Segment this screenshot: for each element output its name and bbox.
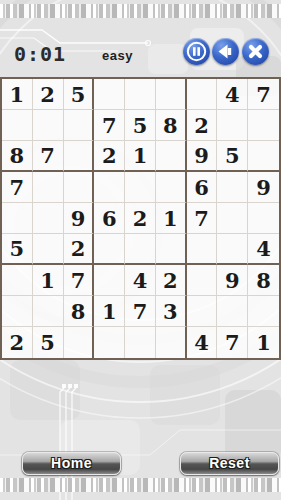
- difficulty-label: easy: [102, 48, 133, 63]
- cell-r4c5[interactable]: [125, 172, 156, 203]
- cell-r1c2[interactable]: 2: [33, 79, 64, 110]
- cell-r3c4[interactable]: 2: [94, 141, 125, 172]
- cell-r4c9[interactable]: 9: [248, 172, 279, 203]
- sudoku-grid: 1254775828721957699621752417429881732547…: [0, 77, 281, 360]
- close-icon: [242, 38, 269, 65]
- cell-r8c7[interactable]: [187, 296, 218, 327]
- cell-r5c5[interactable]: 2: [125, 203, 156, 234]
- cell-r3c3[interactable]: [64, 141, 95, 172]
- cell-r3c7[interactable]: 9: [187, 141, 218, 172]
- cell-r8c9[interactable]: [248, 296, 279, 327]
- cell-r8c5[interactable]: 7: [125, 296, 156, 327]
- cell-r7c3[interactable]: 7: [64, 265, 95, 296]
- reset-button[interactable]: Reset: [180, 452, 279, 475]
- cell-r3c5[interactable]: 1: [125, 141, 156, 172]
- cell-r7c8[interactable]: 9: [217, 265, 248, 296]
- cell-r2c5[interactable]: 5: [125, 110, 156, 141]
- cell-r5c9[interactable]: [248, 203, 279, 234]
- cell-r7c1[interactable]: [2, 265, 33, 296]
- cell-r3c2[interactable]: 7: [33, 141, 64, 172]
- cell-r5c6[interactable]: 1: [156, 203, 187, 234]
- sudoku-app: 0:01 easy 125477582872195769962175241742…: [0, 0, 281, 500]
- cell-r4c6[interactable]: [156, 172, 187, 203]
- cell-r3c8[interactable]: 5: [217, 141, 248, 172]
- cell-r6c5[interactable]: [125, 234, 156, 265]
- cell-r7c5[interactable]: 4: [125, 265, 156, 296]
- cell-r2c2[interactable]: [33, 110, 64, 141]
- timer-display: 0:01: [14, 42, 66, 66]
- cell-r9c3[interactable]: [64, 327, 95, 358]
- cell-r9c9[interactable]: 1: [248, 327, 279, 358]
- cell-r8c1[interactable]: [2, 296, 33, 327]
- speaker-icon: [212, 38, 239, 65]
- cell-r1c1[interactable]: 1: [2, 79, 33, 110]
- cell-r9c7[interactable]: 4: [187, 327, 218, 358]
- cell-r7c7[interactable]: [187, 265, 218, 296]
- cell-r4c3[interactable]: [64, 172, 95, 203]
- cell-r2c6[interactable]: 8: [156, 110, 187, 141]
- cell-r3c6[interactable]: [156, 141, 187, 172]
- home-button[interactable]: Home: [22, 452, 121, 475]
- cell-r4c2[interactable]: [33, 172, 64, 203]
- cell-r8c3[interactable]: 8: [64, 296, 95, 327]
- cell-r6c6[interactable]: [156, 234, 187, 265]
- cell-r3c1[interactable]: 8: [2, 141, 33, 172]
- cell-r4c7[interactable]: 6: [187, 172, 218, 203]
- cell-r2c3[interactable]: [64, 110, 95, 141]
- cell-r9c2[interactable]: 5: [33, 327, 64, 358]
- cell-r9c8[interactable]: 7: [217, 327, 248, 358]
- cell-r8c6[interactable]: 3: [156, 296, 187, 327]
- cell-r2c7[interactable]: 2: [187, 110, 218, 141]
- cell-r9c4[interactable]: [94, 327, 125, 358]
- cell-r1c6[interactable]: [156, 79, 187, 110]
- cell-r5c2[interactable]: [33, 203, 64, 234]
- cell-r7c4[interactable]: [94, 265, 125, 296]
- cell-r6c4[interactable]: [94, 234, 125, 265]
- cell-r7c9[interactable]: 8: [248, 265, 279, 296]
- cell-r6c3[interactable]: 2: [64, 234, 95, 265]
- cell-r4c4[interactable]: [94, 172, 125, 203]
- cell-r8c8[interactable]: [217, 296, 248, 327]
- cell-r5c7[interactable]: 7: [187, 203, 218, 234]
- cell-r5c1[interactable]: [2, 203, 33, 234]
- cell-r1c7[interactable]: [187, 79, 218, 110]
- cell-r8c2[interactable]: [33, 296, 64, 327]
- cell-r5c8[interactable]: [217, 203, 248, 234]
- cell-r1c3[interactable]: 5: [64, 79, 95, 110]
- cell-r2c1[interactable]: [2, 110, 33, 141]
- cell-r8c4[interactable]: 1: [94, 296, 125, 327]
- cell-r9c6[interactable]: [156, 327, 187, 358]
- pause-icon: [183, 38, 210, 65]
- cell-r1c4[interactable]: [94, 79, 125, 110]
- cell-r7c2[interactable]: 1: [33, 265, 64, 296]
- barcode-strip-bottom: [0, 478, 281, 492]
- sound-button[interactable]: [212, 38, 239, 65]
- cell-r9c5[interactable]: [125, 327, 156, 358]
- cell-r5c3[interactable]: 9: [64, 203, 95, 234]
- cell-r2c9[interactable]: [248, 110, 279, 141]
- cell-r1c5[interactable]: [125, 79, 156, 110]
- cell-r6c9[interactable]: 4: [248, 234, 279, 265]
- cell-r7c6[interactable]: 2: [156, 265, 187, 296]
- pause-button[interactable]: [183, 38, 210, 65]
- cell-r6c8[interactable]: [217, 234, 248, 265]
- cell-r1c9[interactable]: 7: [248, 79, 279, 110]
- cell-r6c7[interactable]: [187, 234, 218, 265]
- cell-r9c1[interactable]: 2: [2, 327, 33, 358]
- cell-r6c1[interactable]: 5: [2, 234, 33, 265]
- cell-r2c8[interactable]: [217, 110, 248, 141]
- cell-r5c4[interactable]: 6: [94, 203, 125, 234]
- cell-r4c1[interactable]: 7: [2, 172, 33, 203]
- close-button[interactable]: [242, 38, 269, 65]
- cell-r2c4[interactable]: 7: [94, 110, 125, 141]
- cell-r3c9[interactable]: [248, 141, 279, 172]
- barcode-strip-top: [0, 4, 281, 18]
- cell-r6c2[interactable]: [33, 234, 64, 265]
- cell-r4c8[interactable]: [217, 172, 248, 203]
- cell-r1c8[interactable]: 4: [217, 79, 248, 110]
